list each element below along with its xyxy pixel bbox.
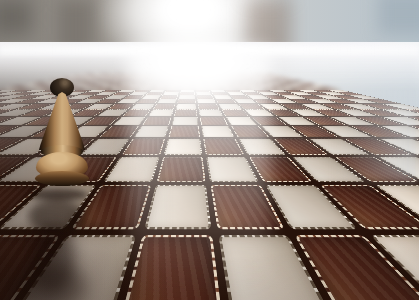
pawn-cone-body [39, 92, 85, 150]
light-square [375, 185, 419, 229]
board-square [370, 183, 419, 232]
photo-stage [0, 0, 419, 300]
white-pawn-piece [36, 78, 88, 196]
pawn-foot-flare [35, 171, 89, 186]
sun-glare-core [148, 36, 242, 98]
